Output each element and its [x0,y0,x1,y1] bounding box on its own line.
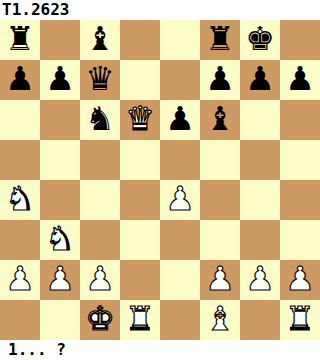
piece-black-pawn: ♟ [205,60,235,99]
square-c4[interactable] [80,180,120,220]
square-c2[interactable]: ♟ [80,260,120,300]
square-g6[interactable] [240,100,280,140]
piece-white-pawn: ♟ [285,260,315,299]
piece-black-bishop: ♝ [85,20,115,59]
square-e8[interactable] [160,20,200,60]
square-c1[interactable]: ♚ [80,300,120,340]
square-b5[interactable] [40,140,80,180]
piece-white-pawn: ♟ [165,180,195,219]
square-h6[interactable] [280,100,320,140]
status-bar: 1... ? [0,340,320,360]
title-bar: T1.2623 [0,0,320,20]
square-g8[interactable]: ♚ [240,20,280,60]
piece-black-rook: ♜ [5,20,35,59]
square-f5[interactable] [200,140,240,180]
chess-board: ♜♝♜♚♟♟♛♟♟♟♞♛♟♝♞♟♞♟♟♟♟♟♟♚♜♝♜ [0,20,320,340]
piece-black-pawn: ♟ [45,60,75,99]
piece-black-king: ♚ [245,20,275,59]
square-d2[interactable] [120,260,160,300]
square-h7[interactable]: ♟ [280,60,320,100]
square-e4[interactable]: ♟ [160,180,200,220]
piece-black-pawn: ♟ [245,60,275,99]
square-d4[interactable] [120,180,160,220]
piece-white-pawn: ♟ [205,260,235,299]
square-d7[interactable] [120,60,160,100]
square-f1[interactable]: ♝ [200,300,240,340]
square-d6[interactable]: ♛ [120,100,160,140]
square-e6[interactable]: ♟ [160,100,200,140]
square-g3[interactable] [240,220,280,260]
square-e7[interactable] [160,60,200,100]
square-d1[interactable]: ♜ [120,300,160,340]
square-a1[interactable] [0,300,40,340]
square-d8[interactable] [120,20,160,60]
piece-white-queen: ♛ [125,100,155,139]
piece-black-bishop: ♝ [205,100,235,139]
square-f3[interactable] [200,220,240,260]
piece-white-rook: ♜ [285,300,315,339]
square-e3[interactable] [160,220,200,260]
piece-white-pawn: ♟ [85,260,115,299]
square-g2[interactable]: ♟ [240,260,280,300]
square-a2[interactable]: ♟ [0,260,40,300]
piece-black-queen: ♛ [85,60,115,99]
square-a4[interactable]: ♞ [0,180,40,220]
square-g7[interactable]: ♟ [240,60,280,100]
square-f6[interactable]: ♝ [200,100,240,140]
square-b8[interactable] [40,20,80,60]
piece-white-bishop: ♝ [205,300,235,339]
piece-black-knight: ♞ [85,100,115,139]
square-a6[interactable] [0,100,40,140]
piece-white-pawn: ♟ [245,260,275,299]
move-prompt: 1... ? [8,340,66,360]
square-b2[interactable]: ♟ [40,260,80,300]
piece-white-rook: ♜ [125,300,155,339]
square-f8[interactable]: ♜ [200,20,240,60]
piece-black-pawn: ♟ [165,100,195,139]
square-h1[interactable]: ♜ [280,300,320,340]
piece-white-knight: ♞ [45,220,75,259]
square-c5[interactable] [80,140,120,180]
square-e1[interactable] [160,300,200,340]
puzzle-id: T1.2623 [2,0,69,20]
square-b4[interactable] [40,180,80,220]
square-h2[interactable]: ♟ [280,260,320,300]
piece-black-rook: ♜ [205,20,235,59]
square-c8[interactable]: ♝ [80,20,120,60]
square-a8[interactable]: ♜ [0,20,40,60]
square-g5[interactable] [240,140,280,180]
piece-black-pawn: ♟ [285,60,315,99]
piece-white-knight: ♞ [5,180,35,219]
square-b1[interactable] [40,300,80,340]
square-f4[interactable] [200,180,240,220]
square-h8[interactable] [280,20,320,60]
square-c3[interactable] [80,220,120,260]
square-a3[interactable] [0,220,40,260]
piece-white-king: ♚ [85,300,115,339]
square-c6[interactable]: ♞ [80,100,120,140]
square-e2[interactable] [160,260,200,300]
square-b3[interactable]: ♞ [40,220,80,260]
square-c7[interactable]: ♛ [80,60,120,100]
piece-black-pawn: ♟ [5,60,35,99]
square-d3[interactable] [120,220,160,260]
square-f7[interactable]: ♟ [200,60,240,100]
square-g4[interactable] [240,180,280,220]
square-h5[interactable] [280,140,320,180]
square-a7[interactable]: ♟ [0,60,40,100]
piece-white-pawn: ♟ [45,260,75,299]
square-a5[interactable] [0,140,40,180]
square-b7[interactable]: ♟ [40,60,80,100]
square-d5[interactable] [120,140,160,180]
square-h3[interactable] [280,220,320,260]
square-g1[interactable] [240,300,280,340]
piece-white-pawn: ♟ [5,260,35,299]
square-b6[interactable] [40,100,80,140]
square-f2[interactable]: ♟ [200,260,240,300]
square-e5[interactable] [160,140,200,180]
square-h4[interactable] [280,180,320,220]
